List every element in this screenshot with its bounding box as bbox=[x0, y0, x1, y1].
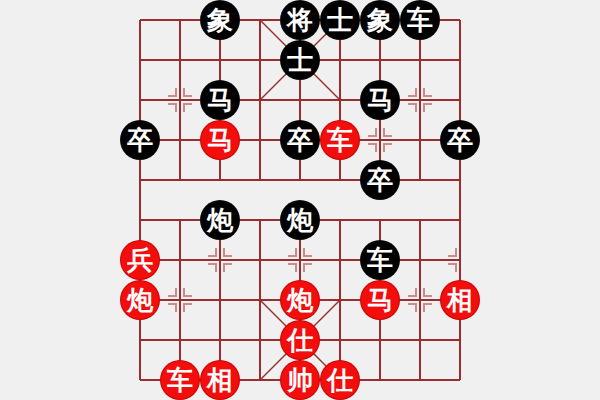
piece-red-advisor[interactable]: 仕 bbox=[321, 361, 359, 399]
piece-black-soldier[interactable]: 卒 bbox=[361, 161, 399, 199]
piece-black-advisor[interactable]: 士 bbox=[281, 41, 319, 79]
piece-black-chariot[interactable]: 车 bbox=[361, 241, 399, 279]
piece-red-cannon[interactable]: 炮 bbox=[121, 281, 159, 319]
piece-black-soldier[interactable]: 卒 bbox=[441, 121, 479, 159]
piece-black-elephant[interactable]: 象 bbox=[201, 1, 239, 39]
piece-black-soldier[interactable]: 卒 bbox=[121, 121, 159, 159]
piece-red-horse[interactable]: 马 bbox=[201, 121, 239, 159]
xiangqi-board: 象将士象车士马马卒卒卒卒炮炮车马车兵炮炮马相仕车相帅仕 bbox=[120, 0, 480, 400]
piece-black-cannon[interactable]: 炮 bbox=[201, 201, 239, 239]
piece-black-chariot[interactable]: 车 bbox=[401, 1, 439, 39]
piece-red-soldier[interactable]: 兵 bbox=[121, 241, 159, 279]
xiangqi-app: 象将士象车士马马卒卒卒卒炮炮车马车兵炮炮马相仕车相帅仕 bbox=[0, 0, 600, 400]
piece-red-general[interactable]: 帅 bbox=[281, 361, 319, 399]
piece-black-soldier[interactable]: 卒 bbox=[281, 121, 319, 159]
piece-red-advisor[interactable]: 仕 bbox=[281, 321, 319, 359]
piece-black-elephant[interactable]: 象 bbox=[361, 1, 399, 39]
piece-black-cannon[interactable]: 炮 bbox=[281, 201, 319, 239]
piece-black-general[interactable]: 将 bbox=[281, 1, 319, 39]
piece-black-advisor[interactable]: 士 bbox=[321, 1, 359, 39]
piece-red-elephant[interactable]: 相 bbox=[441, 281, 479, 319]
piece-red-horse[interactable]: 马 bbox=[361, 281, 399, 319]
piece-red-chariot[interactable]: 车 bbox=[161, 361, 199, 399]
piece-red-cannon[interactable]: 炮 bbox=[281, 281, 319, 319]
piece-black-horse[interactable]: 马 bbox=[361, 81, 399, 119]
piece-black-horse[interactable]: 马 bbox=[201, 81, 239, 119]
piece-red-elephant[interactable]: 相 bbox=[201, 361, 239, 399]
piece-red-chariot[interactable]: 车 bbox=[321, 121, 359, 159]
